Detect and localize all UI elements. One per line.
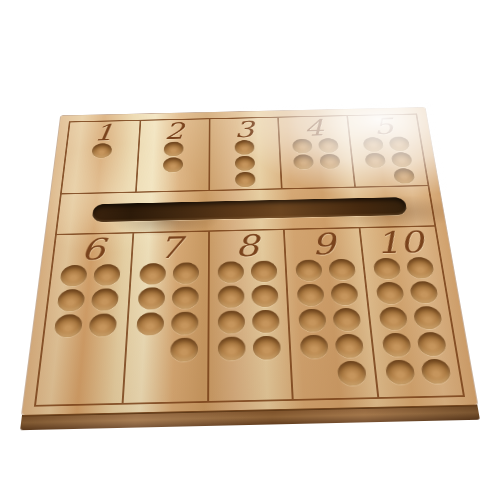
counting-hole-empty[interactable] <box>390 152 412 167</box>
engraved-number-9: 9 <box>310 230 336 259</box>
cell-2[interactable]: 2 <box>135 119 209 191</box>
counting-hole-empty[interactable] <box>170 337 198 361</box>
holes-group-9 <box>295 259 367 387</box>
engraved-number-3: 3 <box>234 119 254 139</box>
counting-hole-empty[interactable] <box>251 285 278 308</box>
hole-column <box>92 143 113 158</box>
hole-column <box>292 139 314 170</box>
counting-board: 1 2 3 4 5 <box>20 108 480 431</box>
hole-column <box>163 142 184 173</box>
counting-hole-empty[interactable] <box>218 261 244 283</box>
counting-hole-empty[interactable] <box>372 258 401 280</box>
counting-hole-empty[interactable] <box>364 153 386 168</box>
holes-group-8 <box>218 260 281 360</box>
counting-hole-empty[interactable] <box>416 332 447 356</box>
holes-group-10 <box>372 257 451 385</box>
board-top-face: 1 2 3 4 5 <box>22 108 477 415</box>
counting-hole-empty[interactable] <box>235 172 255 188</box>
hole-column <box>54 265 88 338</box>
counting-hole-empty[interactable] <box>89 313 118 336</box>
counting-hole-empty[interactable] <box>164 142 184 157</box>
hole-column <box>89 264 121 337</box>
engraved-number-10: 10 <box>374 228 425 257</box>
top-row: 1 2 3 4 5 <box>62 115 428 195</box>
hole-column <box>388 136 415 183</box>
holes-group-5 <box>362 136 415 184</box>
counting-hole-empty[interactable] <box>251 260 278 282</box>
holes-group-4 <box>292 138 340 169</box>
cell-7[interactable]: 7 <box>121 232 207 403</box>
holes-group-2 <box>163 142 184 173</box>
counting-hole-empty[interactable] <box>334 334 364 358</box>
counting-hole-empty[interactable] <box>235 140 255 155</box>
engraved-number-2: 2 <box>164 120 184 140</box>
counting-hole-empty[interactable] <box>409 281 439 303</box>
counting-hole-empty[interactable] <box>412 306 442 329</box>
counting-hole-empty[interactable] <box>138 287 166 310</box>
counting-hole-empty[interactable] <box>235 156 255 171</box>
hole-column <box>318 138 340 169</box>
counting-hole-empty[interactable] <box>293 154 314 169</box>
counting-hole-empty[interactable] <box>218 336 246 360</box>
cell-4[interactable]: 4 <box>278 116 355 188</box>
counting-hole-empty[interactable] <box>292 139 313 154</box>
counting-hole-empty[interactable] <box>60 265 88 287</box>
storage-slot[interactable] <box>92 197 408 222</box>
cell-3[interactable]: 3 <box>208 118 281 190</box>
counting-hole-empty[interactable] <box>93 264 121 286</box>
cell-6[interactable]: 6 <box>36 234 132 405</box>
engraved-number-8: 8 <box>235 231 259 260</box>
counting-hole-empty[interactable] <box>295 259 322 281</box>
counting-hole-empty[interactable] <box>172 286 199 309</box>
hole-column <box>362 137 388 184</box>
counting-hole-empty[interactable] <box>375 282 404 305</box>
hole-column <box>235 140 256 187</box>
counting-hole-empty[interactable] <box>318 138 339 153</box>
counting-hole-empty[interactable] <box>420 359 452 384</box>
holes-group-3 <box>235 140 256 187</box>
engraved-number-7: 7 <box>158 233 183 262</box>
cell-10[interactable]: 10 <box>359 227 463 398</box>
counting-hole-empty[interactable] <box>253 336 281 360</box>
engraved-number-1: 1 <box>93 122 114 142</box>
holes-group-1 <box>92 143 113 158</box>
holes-group-6 <box>54 264 121 338</box>
counting-hole-empty[interactable] <box>388 136 410 151</box>
counting-hole-empty[interactable] <box>296 284 324 307</box>
cell-1[interactable]: 1 <box>62 121 140 193</box>
hole-column <box>135 263 166 363</box>
counting-hole-empty[interactable] <box>218 310 245 333</box>
bottom-row: 6 7 8 9 10 <box>36 225 463 405</box>
counting-hole-empty[interactable] <box>163 157 183 172</box>
counting-hole-empty[interactable] <box>91 288 119 311</box>
counting-hole-empty[interactable] <box>300 335 329 359</box>
engraved-number-6: 6 <box>80 235 106 264</box>
cell-8[interactable]: 8 <box>207 230 292 401</box>
counting-hole-empty[interactable] <box>328 259 356 281</box>
engraved-number-4: 4 <box>303 117 324 137</box>
holes-group-7 <box>135 262 199 362</box>
counting-hole-empty[interactable] <box>319 154 340 169</box>
hole-column <box>251 260 281 359</box>
counting-hole-empty[interactable] <box>332 308 361 331</box>
counting-hole-empty[interactable] <box>393 168 415 184</box>
counting-hole-empty[interactable] <box>362 137 383 152</box>
counting-hole-empty[interactable] <box>92 143 113 158</box>
counting-hole-empty[interactable] <box>171 311 199 334</box>
counting-hole-empty[interactable] <box>173 262 200 284</box>
engraved-number-5: 5 <box>372 116 394 136</box>
counting-hole-empty[interactable] <box>139 263 166 285</box>
cell-5[interactable]: 5 <box>347 115 428 187</box>
counting-hole-empty[interactable] <box>378 307 408 330</box>
counting-hole-empty[interactable] <box>405 257 434 279</box>
photo-background: 1 2 3 4 5 <box>0 0 500 500</box>
counting-hole-empty[interactable] <box>337 361 367 386</box>
hole-column <box>170 262 199 362</box>
counting-hole-empty[interactable] <box>298 309 327 332</box>
hole-column <box>218 261 246 360</box>
counting-hole-empty[interactable] <box>252 310 280 333</box>
counting-hole-empty[interactable] <box>218 285 245 308</box>
counting-hole-empty[interactable] <box>384 360 415 385</box>
hole-column <box>295 259 331 386</box>
counting-hole-empty[interactable] <box>330 283 359 306</box>
counting-hole-empty[interactable] <box>136 312 164 335</box>
counting-hole-empty[interactable] <box>54 314 83 337</box>
engraved-border: 1 2 3 4 5 <box>34 113 465 406</box>
hole-column <box>328 259 367 386</box>
counting-hole-empty[interactable] <box>381 333 412 357</box>
counting-hole-empty[interactable] <box>57 289 86 312</box>
